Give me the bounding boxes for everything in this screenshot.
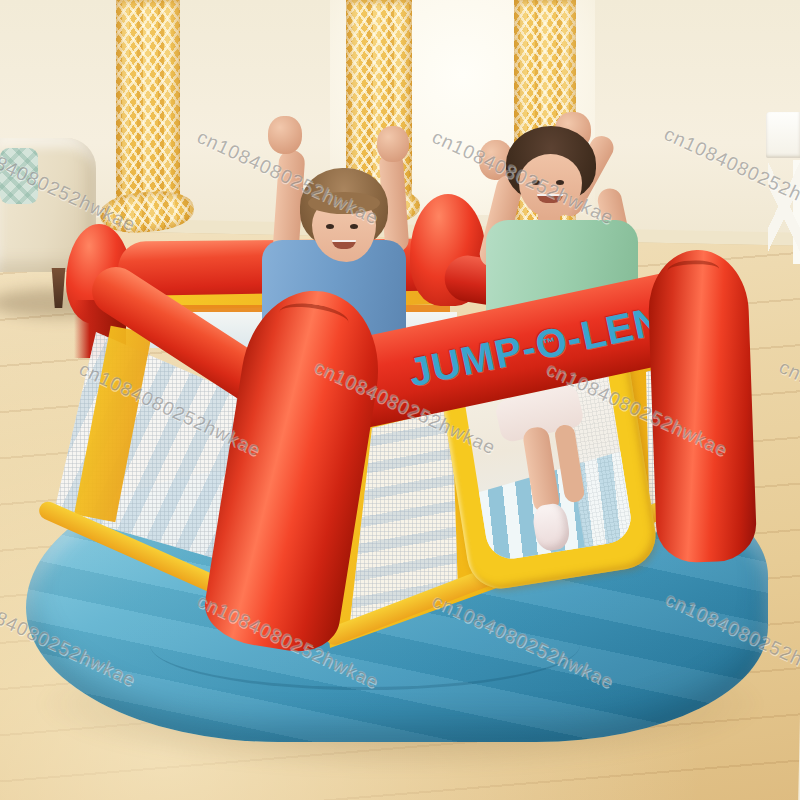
watermark-text: cn1084080252hwkae (543, 358, 731, 461)
watermark-layer: cn1084080252hwkaecn1084080252hwkaecn1084… (0, 0, 800, 800)
watermark-text: cn1084080252hwkae (76, 358, 264, 461)
watermark-text: cn1084080252hwkae (776, 356, 800, 459)
watermark-text: cn1084080252hwkae (0, 588, 139, 691)
product-photo-bounce-house: JUMP-O-LENE™ cn1084080252hwkaecn10840802… (0, 0, 800, 800)
watermark-text: cn1084080252hwkae (0, 133, 139, 236)
watermark-text: cn1084080252hwkae (662, 588, 800, 691)
watermark-text: cn1084080252hwkae (661, 123, 800, 226)
watermark-text: cn1084080252hwkae (429, 590, 617, 693)
watermark-text: cn1084080252hwkae (429, 126, 617, 229)
watermark-text: cn1084080252hwkae (311, 356, 499, 459)
watermark-text: cn1084080252hwkae (194, 126, 382, 229)
watermark-text: cn1084080252hwkae (194, 590, 382, 693)
